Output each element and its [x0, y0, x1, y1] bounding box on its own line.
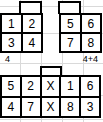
- grid-cell: 2: [22, 77, 40, 96]
- grid-cell: 6: [81, 77, 99, 96]
- grid-cell: 1: [2, 15, 21, 32]
- grid-cell: 4: [2, 98, 20, 117]
- gridline-horizontal: [0, 6, 103, 7]
- grid-cell: 1: [61, 77, 79, 96]
- gridline-horizontal: [0, 119, 103, 120]
- grid-cell: 7: [22, 98, 40, 117]
- spreadsheet-canvas: 1 2 3 4 5 6 7 8 4 4+4 5 2 X 1 6 4 7 X 8 …: [0, 0, 103, 122]
- grid-cell: X: [42, 98, 60, 117]
- piece-top-left: 1 2 3 4: [0, 13, 43, 53]
- label-right-count: 4+4: [80, 54, 98, 64]
- grid-cell: 5: [61, 15, 80, 32]
- grid-cell: 3: [2, 34, 21, 51]
- grid-cell: 8: [61, 98, 79, 117]
- piece-bottom: 5 2 X 1 6 4 7 X 8 3: [0, 75, 101, 118]
- grid-cell: 8: [82, 34, 101, 51]
- piece-top-right: 5 6 7 8: [59, 13, 102, 53]
- label-left-count: 4: [5, 54, 10, 64]
- grid-cell: 5: [2, 77, 20, 96]
- grid-cell: 3: [81, 98, 99, 117]
- grid-cell: X: [42, 77, 60, 96]
- grid-cell: 2: [23, 15, 42, 32]
- grid-cell: 4: [23, 34, 42, 51]
- grid-cell: 6: [82, 15, 101, 32]
- grid-cell: 7: [61, 34, 80, 51]
